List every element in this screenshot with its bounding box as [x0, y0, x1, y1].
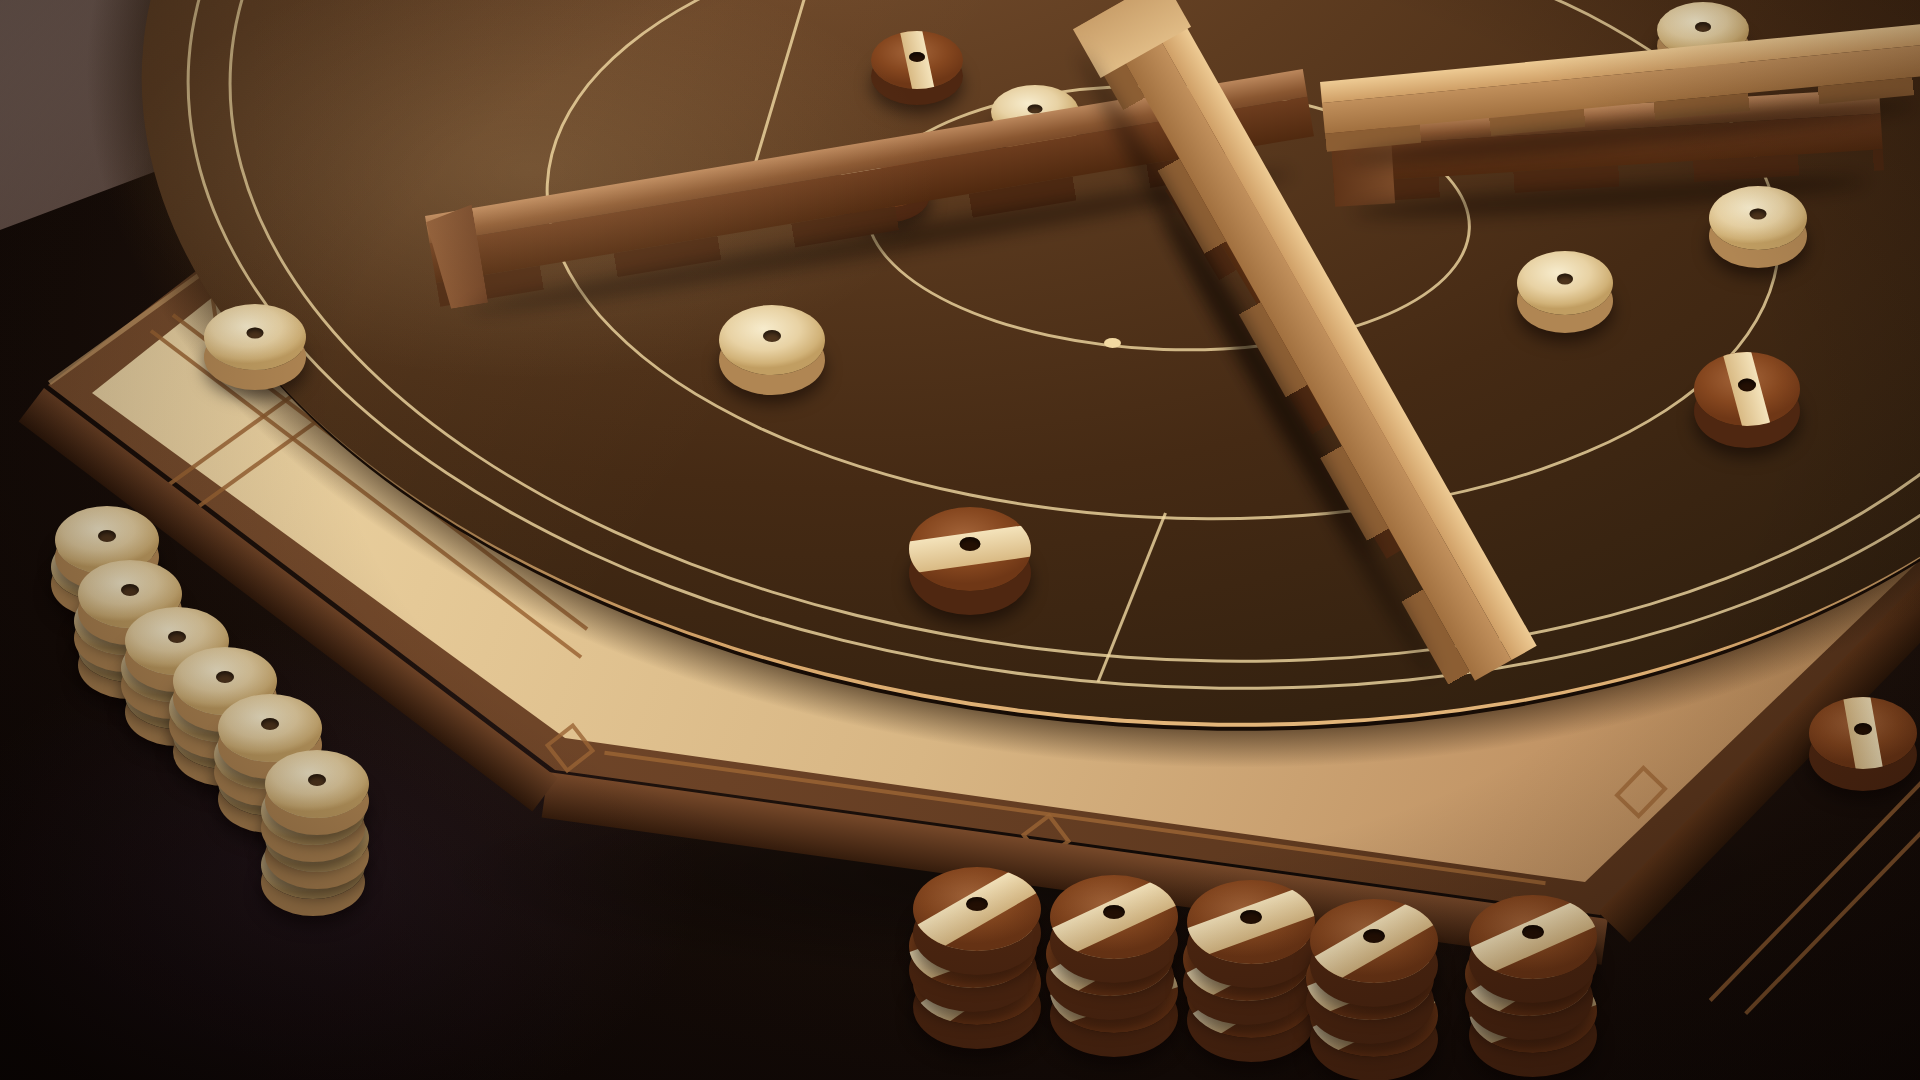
disc-center-hole — [261, 718, 279, 730]
disc-light[interactable] — [261, 831, 365, 899]
disc-light[interactable] — [719, 305, 825, 375]
disc-center-hole — [121, 584, 139, 596]
disc-center-hole — [1695, 22, 1711, 32]
disc-center-hole — [257, 745, 275, 757]
disc-center-hole — [960, 537, 981, 551]
disc-center-hole — [1522, 999, 1544, 1013]
disc-light[interactable] — [74, 587, 178, 655]
disc-dark[interactable] — [1310, 973, 1438, 1057]
disc-center-hole — [1103, 979, 1125, 993]
disc-center-hole — [98, 530, 116, 542]
disc-center-hole — [94, 557, 112, 569]
disc-dark[interactable] — [1694, 352, 1800, 426]
disc-center-hole — [216, 671, 234, 683]
disc-center-hole — [168, 631, 186, 643]
disc-center-hole — [1363, 1003, 1385, 1017]
disc-stripe-inlay — [1469, 970, 1597, 1053]
disc-center-hole — [1750, 209, 1767, 220]
disc-light[interactable] — [169, 674, 273, 742]
disc-light[interactable] — [218, 694, 322, 762]
disc-center-hole — [216, 725, 234, 737]
disc-center-hole — [1557, 274, 1573, 285]
disc-dark[interactable] — [1469, 969, 1597, 1053]
disc-light[interactable] — [1709, 186, 1807, 250]
disc-light[interactable] — [125, 661, 229, 729]
disc-center-hole — [168, 685, 186, 697]
disc-center-hole — [212, 698, 230, 710]
disc-center-hole — [304, 855, 322, 867]
disc-center-hole — [1738, 378, 1756, 391]
disc-center-hole — [247, 328, 264, 339]
disc-light[interactable] — [78, 614, 182, 682]
disc-light[interactable] — [265, 750, 369, 818]
disc-light[interactable] — [204, 304, 306, 370]
disc-light[interactable] — [1517, 251, 1613, 315]
disc-light[interactable] — [173, 701, 277, 769]
disc-light[interactable] — [261, 777, 365, 845]
disc-center-hole — [763, 330, 781, 342]
disc-dark[interactable] — [871, 31, 963, 89]
disc-dark[interactable] — [1809, 697, 1917, 769]
disc-stripe-inlay — [1310, 973, 1438, 1057]
disc-light[interactable] — [121, 634, 225, 702]
disc-dark[interactable] — [909, 507, 1031, 591]
disc-center-hole — [909, 52, 925, 62]
disc-center-hole — [117, 611, 135, 623]
disc-light[interactable] — [265, 804, 369, 872]
ring-marker-dot — [1104, 338, 1121, 348]
photo-scene — [0, 0, 1920, 1080]
disc-light[interactable] — [125, 607, 229, 675]
disc-center-hole — [1854, 723, 1872, 735]
disc-center-hole — [261, 772, 279, 784]
disc-center-hole — [164, 658, 182, 670]
disc-center-hole — [304, 801, 322, 813]
disc-light[interactable] — [173, 647, 277, 715]
disc-center-hole — [121, 638, 139, 650]
disc-light[interactable] — [51, 533, 155, 601]
disc-center-hole — [1240, 984, 1262, 998]
disc-light[interactable] — [218, 748, 322, 816]
disc-center-hole — [308, 828, 326, 840]
disc-light[interactable] — [214, 721, 318, 789]
disc-light[interactable] — [78, 560, 182, 628]
disc-center-hole — [308, 774, 326, 786]
